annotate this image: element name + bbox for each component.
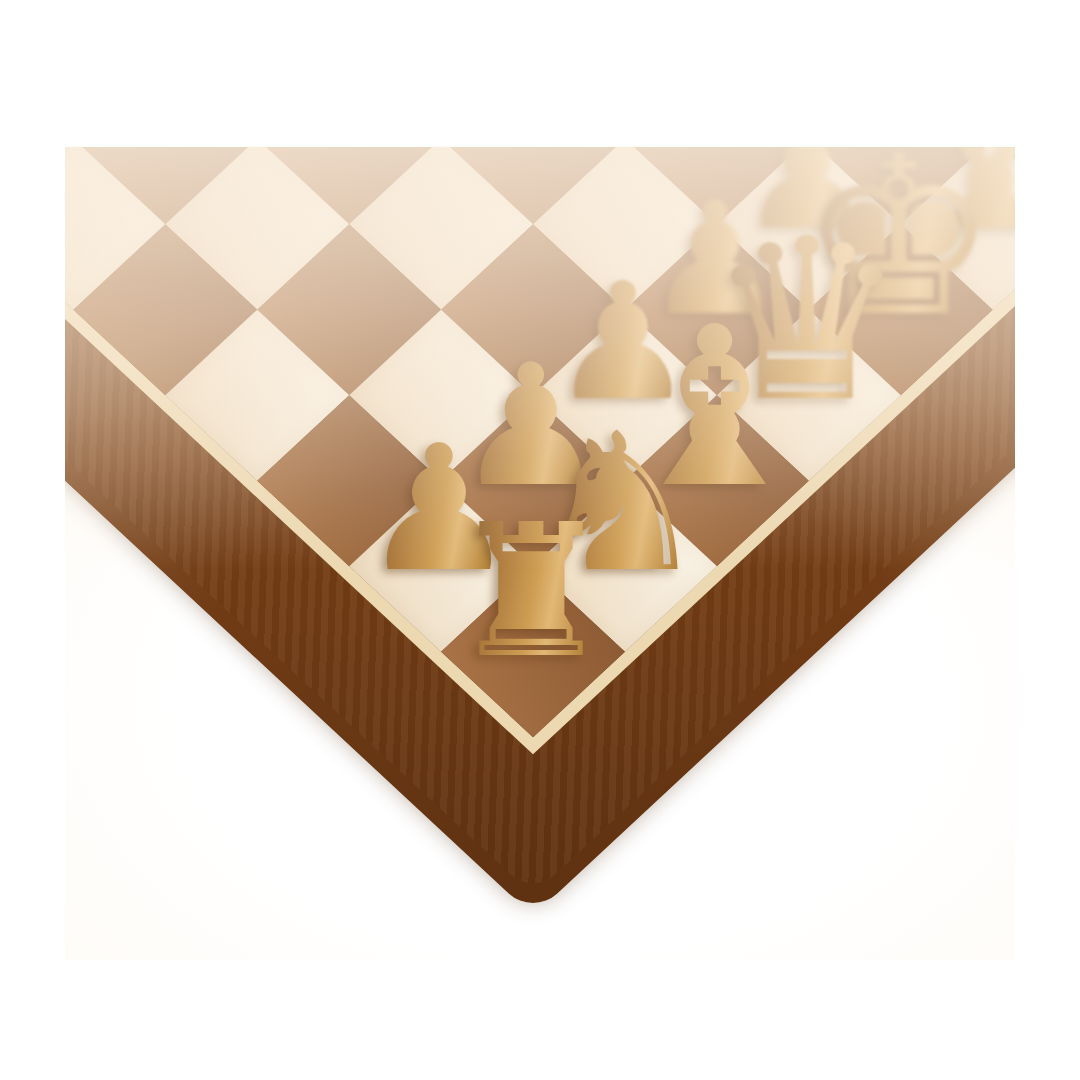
board-grid: ♟♝♟♚♟♛♟♝♟♞♟♜ bbox=[65, 147, 1015, 737]
page: ♟♝♟♚♟♛♟♝♟♞♟♜ bbox=[0, 0, 1080, 1080]
white-rook-a1: ♜ bbox=[449, 499, 614, 683]
chessboard-photo: ♟♝♟♚♟♛♟♝♟♞♟♜ bbox=[65, 147, 1015, 960]
chess-board: ♟♝♟♚♟♛♟♝♟♞♟♜ bbox=[65, 147, 1015, 895]
square-a1: ♜ bbox=[441, 566, 625, 737]
board-inner-border: ♟♝♟♚♟♛♟♝♟♞♟♜ bbox=[65, 147, 1015, 754]
